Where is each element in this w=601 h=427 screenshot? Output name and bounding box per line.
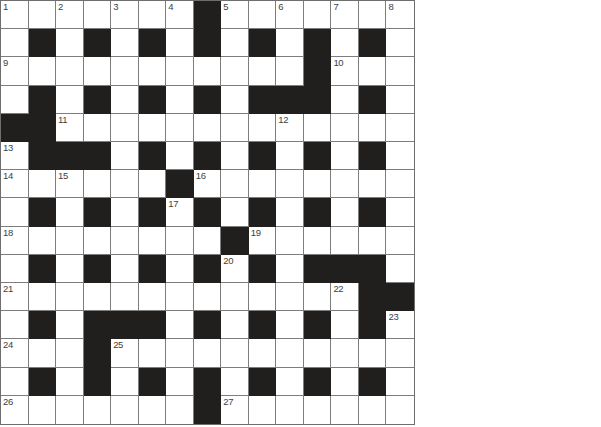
clue-number-19: 19: [251, 227, 261, 239]
cell-r11c11-white[interactable]: [276, 283, 304, 311]
cell-r2c7-white[interactable]: [166, 29, 194, 57]
cell-r12c4-black: [84, 311, 112, 339]
cell-r6c1-white[interactable]: 13: [1, 142, 29, 170]
cell-r11c13-white[interactable]: 22: [331, 283, 359, 311]
cell-r3c12-black: [304, 57, 332, 85]
cell-r11c5-white[interactable]: [111, 283, 139, 311]
cell-r7c8-white[interactable]: 16: [194, 170, 222, 198]
cell-r6c13-white[interactable]: [331, 142, 359, 170]
cell-r10c3-white[interactable]: [56, 255, 84, 283]
cell-r13c7-white[interactable]: [166, 339, 194, 367]
cell-r9c10-white[interactable]: 19: [249, 227, 277, 255]
cell-r7c1-white[interactable]: 14: [1, 170, 29, 198]
cell-r4c8-black: [194, 86, 222, 114]
cell-r15c7-white[interactable]: [166, 396, 194, 424]
clue-number-9: 9: [3, 57, 8, 69]
cell-r3c10-white[interactable]: [249, 57, 277, 85]
cell-r12c15-white[interactable]: 23: [386, 311, 414, 339]
cell-r6c5-white[interactable]: [111, 142, 139, 170]
cell-r15c4-white[interactable]: [84, 396, 112, 424]
cell-r11c8-white[interactable]: [194, 283, 222, 311]
cell-r4c13-white[interactable]: [331, 86, 359, 114]
cell-r6c11-white[interactable]: [276, 142, 304, 170]
clue-number-26: 26: [3, 396, 13, 408]
cell-r3c2-white[interactable]: [29, 57, 57, 85]
cell-r11c9-white[interactable]: [221, 283, 249, 311]
cell-r12c11-white[interactable]: [276, 311, 304, 339]
cell-r3c9-white[interactable]: [221, 57, 249, 85]
clue-number-24: 24: [3, 339, 13, 351]
clue-number-22: 22: [333, 283, 343, 295]
cell-r13c1-white[interactable]: 24: [1, 339, 29, 367]
cell-r10c9-white[interactable]: 20: [221, 255, 249, 283]
clue-number-16: 16: [196, 170, 206, 182]
clue-number-11: 11: [58, 114, 67, 126]
cell-r14c14-black: [359, 368, 387, 396]
clue-number-2: 2: [58, 1, 63, 13]
cell-r7c14-white[interactable]: [359, 170, 387, 198]
cell-r12c8-black: [194, 311, 222, 339]
cell-r3c15-white[interactable]: [386, 57, 414, 85]
clue-number-15: 15: [58, 170, 68, 182]
cell-r8c10-black: [249, 198, 277, 226]
cell-r2c2-black: [29, 29, 57, 57]
cell-r2c4-black: [84, 29, 112, 57]
cell-r10c11-white[interactable]: [276, 255, 304, 283]
clue-number-27: 27: [223, 396, 233, 408]
cell-r13c5-white[interactable]: 25: [111, 339, 139, 367]
cell-r12c14-black: [359, 311, 387, 339]
cell-r2c13-white[interactable]: [331, 29, 359, 57]
cell-r3c3-white[interactable]: [56, 57, 84, 85]
clue-number-6: 6: [278, 1, 283, 13]
cell-r6c7-white[interactable]: [166, 142, 194, 170]
cell-r1c13-white[interactable]: 7: [331, 1, 359, 29]
clue-number-4: 4: [168, 1, 173, 13]
cell-r9c15-white[interactable]: [386, 227, 414, 255]
cell-r14c2-black: [29, 368, 57, 396]
cell-r12c12-black: [304, 311, 332, 339]
cell-r15c6-white[interactable]: [139, 396, 167, 424]
cell-r4c4-black: [84, 86, 112, 114]
cell-r11c10-white[interactable]: [249, 283, 277, 311]
cell-r9c14-white[interactable]: [359, 227, 387, 255]
cell-r1c11-white[interactable]: 6: [276, 1, 304, 29]
cell-r2c6-black: [139, 29, 167, 57]
cell-r9c5-white[interactable]: [111, 227, 139, 255]
cell-r10c6-black: [139, 255, 167, 283]
cell-r6c8-black: [194, 142, 222, 170]
cell-r14c12-black: [304, 368, 332, 396]
cell-r3c6-white[interactable]: [139, 57, 167, 85]
cell-r8c14-black: [359, 198, 387, 226]
cell-r15c15-white[interactable]: [386, 396, 414, 424]
cell-r15c14-white[interactable]: [359, 396, 387, 424]
clue-number-7: 7: [333, 1, 338, 13]
cell-r10c1-white[interactable]: [1, 255, 29, 283]
cell-r13c9-white[interactable]: [221, 339, 249, 367]
cell-r15c3-white[interactable]: [56, 396, 84, 424]
page: 1234567891011121314151617181920212223242…: [0, 0, 601, 427]
cell-r5c13-white[interactable]: [331, 114, 359, 142]
cell-r6c2-black: [29, 142, 57, 170]
cell-r4c10-black: [249, 86, 277, 114]
clue-number-21: 21: [3, 283, 13, 295]
cell-r13c3-white[interactable]: [56, 339, 84, 367]
cell-r1c5-white[interactable]: 3: [111, 1, 139, 29]
cell-r7c11-white[interactable]: [276, 170, 304, 198]
cell-r6c4-black: [84, 142, 112, 170]
cell-r1c1-white[interactable]: 1: [1, 1, 29, 29]
cell-r15c12-white[interactable]: [304, 396, 332, 424]
cell-r9c6-white[interactable]: [139, 227, 167, 255]
cell-r13c6-white[interactable]: [139, 339, 167, 367]
cell-r6c12-black: [304, 142, 332, 170]
cell-r3c1-white[interactable]: 9: [1, 57, 29, 85]
clue-number-17: 17: [168, 198, 178, 210]
cell-r9c4-white[interactable]: [84, 227, 112, 255]
cell-r4c14-black: [359, 86, 387, 114]
cell-r9c13-white[interactable]: [331, 227, 359, 255]
cell-r7c2-white[interactable]: [29, 170, 57, 198]
cell-r3c5-white[interactable]: [111, 57, 139, 85]
cell-r4c15-white[interactable]: [386, 86, 414, 114]
cell-r1c12-white[interactable]: [304, 1, 332, 29]
cell-r12c10-black: [249, 311, 277, 339]
cell-r4c2-black: [29, 86, 57, 114]
cell-r7c10-white[interactable]: [249, 170, 277, 198]
cell-r8c13-white[interactable]: [331, 198, 359, 226]
cell-r12c2-black: [29, 311, 57, 339]
cell-r13c12-white[interactable]: [304, 339, 332, 367]
cell-r11c15-black: [386, 283, 414, 311]
cell-r1c2-white[interactable]: [29, 1, 57, 29]
cell-r14c6-black: [139, 368, 167, 396]
cell-r12c3-white[interactable]: [56, 311, 84, 339]
cell-r11c7-white[interactable]: [166, 283, 194, 311]
cell-r7c12-white[interactable]: [304, 170, 332, 198]
cell-r11c6-white[interactable]: [139, 283, 167, 311]
cell-r5c1-black: [1, 114, 29, 142]
cell-r4c6-black: [139, 86, 167, 114]
cell-r10c12-black: [304, 255, 332, 283]
cell-r14c10-black: [249, 368, 277, 396]
cell-r14c8-black: [194, 368, 222, 396]
cell-r2c5-white[interactable]: [111, 29, 139, 57]
cell-r1c15-white[interactable]: 8: [386, 1, 414, 29]
cell-r4c7-white[interactable]: [166, 86, 194, 114]
cell-r10c4-black: [84, 255, 112, 283]
cell-r14c4-black: [84, 368, 112, 396]
cell-r3c7-white[interactable]: [166, 57, 194, 85]
cell-r2c12-black: [304, 29, 332, 57]
cell-r4c9-white[interactable]: [221, 86, 249, 114]
cell-r11c12-white[interactable]: [304, 283, 332, 311]
cell-r3c8-white[interactable]: [194, 57, 222, 85]
cell-r2c10-black: [249, 29, 277, 57]
cell-r8c5-white[interactable]: [111, 198, 139, 226]
cell-r5c15-white[interactable]: [386, 114, 414, 142]
cell-r8c4-black: [84, 198, 112, 226]
cell-r13c15-white[interactable]: [386, 339, 414, 367]
cell-r8c11-white[interactable]: [276, 198, 304, 226]
clue-number-25: 25: [113, 339, 123, 351]
cell-r1c3-white[interactable]: 2: [56, 1, 84, 29]
cell-r13c2-white[interactable]: [29, 339, 57, 367]
cell-r2c9-white[interactable]: [221, 29, 249, 57]
cell-r7c3-white[interactable]: 15: [56, 170, 84, 198]
cell-r11c4-white[interactable]: [84, 283, 112, 311]
cell-r10c14-black: [359, 255, 387, 283]
cell-r9c2-white[interactable]: [29, 227, 57, 255]
cell-r7c6-white[interactable]: [139, 170, 167, 198]
cell-r8c1-white[interactable]: [1, 198, 29, 226]
clue-number-23: 23: [388, 311, 398, 323]
cell-r7c9-white[interactable]: [221, 170, 249, 198]
cell-r6c6-black: [139, 142, 167, 170]
cell-r5c5-white[interactable]: [111, 114, 139, 142]
cell-r9c12-white[interactable]: [304, 227, 332, 255]
cell-r15c1-white[interactable]: 26: [1, 396, 29, 424]
cell-r13c14-white[interactable]: [359, 339, 387, 367]
cell-r8c9-white[interactable]: [221, 198, 249, 226]
cell-r11c2-white[interactable]: [29, 283, 57, 311]
cell-r9c11-white[interactable]: [276, 227, 304, 255]
cell-r12c7-white[interactable]: [166, 311, 194, 339]
cell-r4c3-white[interactable]: [56, 86, 84, 114]
cell-r5c11-white[interactable]: 12: [276, 114, 304, 142]
clue-number-1: 1: [3, 1, 8, 13]
cell-r15c8-black: [194, 396, 222, 424]
cell-r5c14-white[interactable]: [359, 114, 387, 142]
clue-number-13: 13: [3, 142, 13, 154]
cell-r15c2-white[interactable]: [29, 396, 57, 424]
cell-r1c9-white[interactable]: 5: [221, 1, 249, 29]
clue-number-3: 3: [113, 1, 118, 13]
cell-r5c10-white[interactable]: [249, 114, 277, 142]
cell-r5c8-white[interactable]: [194, 114, 222, 142]
cell-r2c3-white[interactable]: [56, 29, 84, 57]
cell-r2c1-white[interactable]: [1, 29, 29, 57]
cell-r7c4-white[interactable]: [84, 170, 112, 198]
cell-r5c2-black: [29, 114, 57, 142]
cell-r11c3-white[interactable]: [56, 283, 84, 311]
cell-r14c7-white[interactable]: [166, 368, 194, 396]
cell-r1c10-white[interactable]: [249, 1, 277, 29]
cell-r14c9-white[interactable]: [221, 368, 249, 396]
cell-r3c4-white[interactable]: [84, 57, 112, 85]
cell-r9c7-white[interactable]: [166, 227, 194, 255]
cell-r10c5-white[interactable]: [111, 255, 139, 283]
cell-r13c13-white[interactable]: [331, 339, 359, 367]
cell-r4c5-white[interactable]: [111, 86, 139, 114]
cell-r1c4-white[interactable]: [84, 1, 112, 29]
cell-r7c5-white[interactable]: [111, 170, 139, 198]
cell-r8c15-white[interactable]: [386, 198, 414, 226]
cell-r6c9-white[interactable]: [221, 142, 249, 170]
cell-r10c2-black: [29, 255, 57, 283]
cell-r2c11-white[interactable]: [276, 29, 304, 57]
cell-r6c10-black: [249, 142, 277, 170]
cell-r9c1-white[interactable]: 18: [1, 227, 29, 255]
cell-r12c6-black: [139, 311, 167, 339]
cell-r7c15-white[interactable]: [386, 170, 414, 198]
cell-r11c1-white[interactable]: 21: [1, 283, 29, 311]
cell-r10c8-black: [194, 255, 222, 283]
cell-r10c10-black: [249, 255, 277, 283]
cell-r14c5-white[interactable]: [111, 368, 139, 396]
cell-r3c14-white[interactable]: [359, 57, 387, 85]
cell-r8c8-black: [194, 198, 222, 226]
cell-r3c13-white[interactable]: 10: [331, 57, 359, 85]
cell-r6c14-black: [359, 142, 387, 170]
cell-r5c12-white[interactable]: [304, 114, 332, 142]
cell-r13c4-black: [84, 339, 112, 367]
cell-r14c11-white[interactable]: [276, 368, 304, 396]
cell-r14c3-white[interactable]: [56, 368, 84, 396]
cell-r5c9-white[interactable]: [221, 114, 249, 142]
cell-r10c15-white[interactable]: [386, 255, 414, 283]
cell-r5c3-white[interactable]: 11: [56, 114, 84, 142]
cell-r4c12-black: [304, 86, 332, 114]
cell-r7c7-black: [166, 170, 194, 198]
cell-r14c13-white[interactable]: [331, 368, 359, 396]
cell-r15c5-white[interactable]: [111, 396, 139, 424]
cell-r11c14-black: [359, 283, 387, 311]
cell-r12c5-black: [111, 311, 139, 339]
cell-r8c3-white[interactable]: [56, 198, 84, 226]
cell-r6c3-black: [56, 142, 84, 170]
cell-r9c9-black: [221, 227, 249, 255]
cell-r7c13-white[interactable]: [331, 170, 359, 198]
clue-number-18: 18: [3, 227, 13, 239]
cell-r1c14-white[interactable]: [359, 1, 387, 29]
cell-r8c6-black: [139, 198, 167, 226]
cell-r2c14-black: [359, 29, 387, 57]
cell-r13c11-white[interactable]: [276, 339, 304, 367]
cell-r9c3-white[interactable]: [56, 227, 84, 255]
cell-r8c12-black: [304, 198, 332, 226]
cell-r9c8-white[interactable]: [194, 227, 222, 255]
crossword-grid: 1234567891011121314151617181920212223242…: [0, 0, 415, 425]
cell-r6c15-white[interactable]: [386, 142, 414, 170]
cell-r15c9-white[interactable]: 27: [221, 396, 249, 424]
cell-r15c10-white[interactable]: [249, 396, 277, 424]
clue-number-5: 5: [223, 1, 228, 13]
cell-r8c7-white[interactable]: 17: [166, 198, 194, 226]
cell-r2c15-white[interactable]: [386, 29, 414, 57]
cell-r5c6-white[interactable]: [139, 114, 167, 142]
cell-r10c13-black: [331, 255, 359, 283]
cell-r13c10-white[interactable]: [249, 339, 277, 367]
cell-r13c8-white[interactable]: [194, 339, 222, 367]
cell-r1c6-white[interactable]: [139, 1, 167, 29]
cell-r10c7-white[interactable]: [166, 255, 194, 283]
cell-r2c8-black: [194, 29, 222, 57]
clue-number-8: 8: [388, 1, 393, 13]
cell-r15c11-white[interactable]: [276, 396, 304, 424]
cell-r4c1-white[interactable]: [1, 86, 29, 114]
cell-r12c13-white[interactable]: [331, 311, 359, 339]
clue-number-20: 20: [223, 255, 233, 267]
cell-r12c1-white[interactable]: [1, 311, 29, 339]
clue-number-12: 12: [278, 114, 288, 126]
cell-r4c11-black: [276, 86, 304, 114]
clue-number-14: 14: [3, 170, 13, 182]
clue-number-10: 10: [333, 57, 343, 69]
cell-r14c1-white[interactable]: [1, 368, 29, 396]
cell-r3c11-white[interactable]: [276, 57, 304, 85]
cell-r12c9-white[interactable]: [221, 311, 249, 339]
cell-r14c15-white[interactable]: [386, 368, 414, 396]
cell-r15c13-white[interactable]: [331, 396, 359, 424]
cell-r8c2-black: [29, 198, 57, 226]
cell-r5c4-white[interactable]: [84, 114, 112, 142]
cell-r1c8-black: [194, 1, 222, 29]
cell-r5c7-white[interactable]: [166, 114, 194, 142]
cell-r1c7-white[interactable]: 4: [166, 1, 194, 29]
